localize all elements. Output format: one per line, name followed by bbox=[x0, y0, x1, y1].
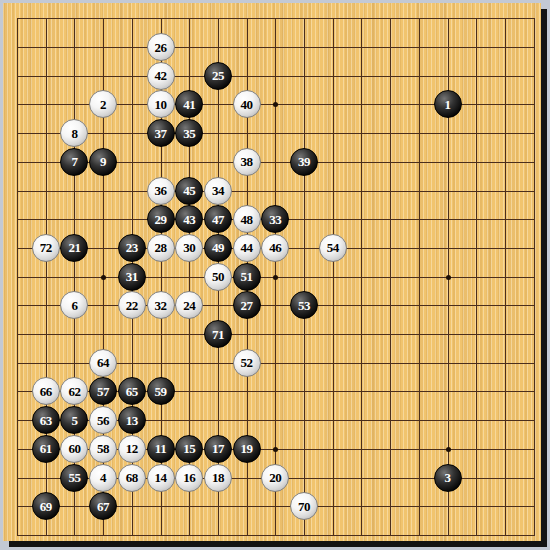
stone-19[interactable]: 19 bbox=[233, 435, 261, 463]
stone-8[interactable]: 8 bbox=[60, 119, 88, 147]
move-number: 4 bbox=[100, 471, 106, 484]
move-number: 48 bbox=[241, 213, 253, 226]
move-number: 27 bbox=[241, 299, 253, 312]
stone-3[interactable]: 3 bbox=[434, 464, 462, 492]
stone-43[interactable]: 43 bbox=[175, 205, 203, 233]
move-number: 52 bbox=[241, 356, 253, 369]
stone-10[interactable]: 10 bbox=[147, 90, 175, 118]
stone-59[interactable]: 59 bbox=[147, 377, 175, 405]
stone-2[interactable]: 2 bbox=[89, 90, 117, 118]
grid-line-horizontal bbox=[17, 305, 535, 306]
move-number: 63 bbox=[40, 414, 52, 427]
move-number: 49 bbox=[212, 241, 224, 254]
move-number: 58 bbox=[97, 442, 109, 455]
move-number: 26 bbox=[155, 41, 167, 54]
move-number: 7 bbox=[71, 155, 77, 168]
goban[interactable]: 1234567891011121314151617181920212223242… bbox=[3, 3, 541, 541]
move-number: 11 bbox=[155, 442, 166, 455]
star-point bbox=[273, 447, 278, 452]
move-number: 40 bbox=[241, 98, 253, 111]
stone-70[interactable]: 70 bbox=[290, 492, 318, 520]
stone-27[interactable]: 27 bbox=[233, 291, 261, 319]
grid-line-vertical bbox=[333, 18, 334, 536]
grid-line-vertical bbox=[476, 18, 477, 536]
stone-63[interactable]: 63 bbox=[32, 406, 60, 434]
grid-line-vertical bbox=[505, 18, 506, 536]
stone-37[interactable]: 37 bbox=[147, 119, 175, 147]
move-number: 15 bbox=[183, 442, 195, 455]
move-number: 23 bbox=[126, 241, 138, 254]
move-number: 29 bbox=[155, 213, 167, 226]
stone-31[interactable]: 31 bbox=[118, 263, 146, 291]
move-number: 51 bbox=[241, 270, 253, 283]
stone-45[interactable]: 45 bbox=[175, 177, 203, 205]
stone-33[interactable]: 33 bbox=[261, 205, 289, 233]
stone-71[interactable]: 71 bbox=[204, 320, 232, 348]
stone-29[interactable]: 29 bbox=[147, 205, 175, 233]
grid-line-vertical bbox=[304, 18, 305, 536]
stone-34[interactable]: 34 bbox=[204, 177, 232, 205]
move-number: 14 bbox=[155, 471, 167, 484]
stone-32[interactable]: 32 bbox=[147, 291, 175, 319]
stone-61[interactable]: 61 bbox=[32, 435, 60, 463]
move-number: 36 bbox=[155, 184, 167, 197]
stone-55[interactable]: 55 bbox=[60, 464, 88, 492]
move-number: 67 bbox=[97, 500, 109, 513]
move-number: 3 bbox=[445, 471, 451, 484]
stone-66[interactable]: 66 bbox=[32, 377, 60, 405]
move-number: 32 bbox=[155, 299, 167, 312]
stone-12[interactable]: 12 bbox=[118, 435, 146, 463]
move-number: 56 bbox=[97, 414, 109, 427]
move-number: 72 bbox=[40, 241, 52, 254]
move-number: 33 bbox=[269, 213, 281, 226]
stone-64[interactable]: 64 bbox=[89, 349, 117, 377]
move-number: 50 bbox=[212, 270, 224, 283]
stone-69[interactable]: 69 bbox=[32, 492, 60, 520]
move-number: 42 bbox=[155, 69, 167, 82]
go-diagram: 1234567891011121314151617181920212223242… bbox=[0, 0, 550, 550]
stone-46[interactable]: 46 bbox=[261, 234, 289, 262]
stone-15[interactable]: 15 bbox=[175, 435, 203, 463]
move-number: 18 bbox=[212, 471, 224, 484]
move-number: 13 bbox=[126, 414, 138, 427]
move-number: 17 bbox=[212, 442, 224, 455]
move-number: 30 bbox=[183, 241, 195, 254]
stone-68[interactable]: 68 bbox=[118, 464, 146, 492]
stone-51[interactable]: 51 bbox=[233, 263, 261, 291]
star-point bbox=[446, 275, 451, 280]
stone-35[interactable]: 35 bbox=[175, 119, 203, 147]
move-number: 12 bbox=[126, 442, 138, 455]
move-number: 10 bbox=[155, 98, 167, 111]
grid-line-horizontal bbox=[17, 535, 535, 536]
move-number: 47 bbox=[212, 213, 224, 226]
move-number: 43 bbox=[183, 213, 195, 226]
move-number: 64 bbox=[97, 356, 109, 369]
stone-1[interactable]: 1 bbox=[434, 90, 462, 118]
stone-28[interactable]: 28 bbox=[147, 234, 175, 262]
stone-72[interactable]: 72 bbox=[32, 234, 60, 262]
move-number: 24 bbox=[183, 299, 195, 312]
move-number: 69 bbox=[40, 500, 52, 513]
stone-57[interactable]: 57 bbox=[89, 377, 117, 405]
star-point bbox=[101, 275, 106, 280]
move-number: 28 bbox=[155, 241, 167, 254]
move-number: 31 bbox=[126, 270, 138, 283]
stone-67[interactable]: 67 bbox=[89, 492, 117, 520]
stone-38[interactable]: 38 bbox=[233, 148, 261, 176]
star-point bbox=[273, 102, 278, 107]
stone-17[interactable]: 17 bbox=[204, 435, 232, 463]
stone-22[interactable]: 22 bbox=[118, 291, 146, 319]
move-number: 8 bbox=[71, 127, 77, 140]
move-number: 35 bbox=[183, 127, 195, 140]
move-number: 20 bbox=[269, 471, 281, 484]
move-number: 39 bbox=[298, 155, 310, 168]
move-number: 44 bbox=[241, 241, 253, 254]
stone-30[interactable]: 30 bbox=[175, 234, 203, 262]
stone-48[interactable]: 48 bbox=[233, 205, 261, 233]
grid-line-horizontal bbox=[17, 334, 535, 335]
move-number: 70 bbox=[298, 500, 310, 513]
grid-line-vertical bbox=[361, 18, 362, 536]
stone-25[interactable]: 25 bbox=[204, 62, 232, 90]
star-point bbox=[446, 447, 451, 452]
stone-16[interactable]: 16 bbox=[175, 464, 203, 492]
stone-39[interactable]: 39 bbox=[290, 148, 318, 176]
grid-line-vertical bbox=[419, 18, 420, 536]
stone-24[interactable]: 24 bbox=[175, 291, 203, 319]
stone-54[interactable]: 54 bbox=[319, 234, 347, 262]
stone-50[interactable]: 50 bbox=[204, 263, 232, 291]
move-number: 66 bbox=[40, 385, 52, 398]
move-number: 68 bbox=[126, 471, 138, 484]
move-number: 61 bbox=[40, 442, 52, 455]
move-number: 59 bbox=[155, 385, 167, 398]
move-number: 65 bbox=[126, 385, 138, 398]
move-number: 25 bbox=[212, 69, 224, 82]
stone-62[interactable]: 62 bbox=[60, 377, 88, 405]
stone-21[interactable]: 21 bbox=[60, 234, 88, 262]
move-number: 1 bbox=[445, 98, 451, 111]
grid-line-vertical bbox=[390, 18, 391, 536]
move-number: 9 bbox=[100, 155, 106, 168]
move-number: 55 bbox=[68, 471, 80, 484]
stone-49[interactable]: 49 bbox=[204, 234, 232, 262]
move-number: 2 bbox=[100, 98, 106, 111]
stone-14[interactable]: 14 bbox=[147, 464, 175, 492]
star-point bbox=[273, 275, 278, 280]
stone-9[interactable]: 9 bbox=[89, 148, 117, 176]
move-number: 54 bbox=[327, 241, 339, 254]
stone-7[interactable]: 7 bbox=[60, 148, 88, 176]
stone-4[interactable]: 4 bbox=[89, 464, 117, 492]
move-number: 38 bbox=[241, 155, 253, 168]
move-number: 34 bbox=[212, 184, 224, 197]
move-number: 21 bbox=[68, 241, 80, 254]
move-number: 5 bbox=[71, 414, 77, 427]
move-number: 41 bbox=[183, 98, 195, 111]
stone-36[interactable]: 36 bbox=[147, 177, 175, 205]
stone-65[interactable]: 65 bbox=[118, 377, 146, 405]
stone-18[interactable]: 18 bbox=[204, 464, 232, 492]
move-number: 62 bbox=[68, 385, 80, 398]
move-number: 60 bbox=[68, 442, 80, 455]
move-number: 53 bbox=[298, 299, 310, 312]
stone-11[interactable]: 11 bbox=[147, 435, 175, 463]
stone-60[interactable]: 60 bbox=[60, 435, 88, 463]
move-number: 46 bbox=[269, 241, 281, 254]
stone-58[interactable]: 58 bbox=[89, 435, 117, 463]
move-number: 57 bbox=[97, 385, 109, 398]
stone-44[interactable]: 44 bbox=[233, 234, 261, 262]
stone-56[interactable]: 56 bbox=[89, 406, 117, 434]
move-number: 19 bbox=[241, 442, 253, 455]
stone-26[interactable]: 26 bbox=[147, 33, 175, 61]
stone-6[interactable]: 6 bbox=[60, 291, 88, 319]
stone-42[interactable]: 42 bbox=[147, 62, 175, 90]
grid-line-vertical bbox=[534, 18, 535, 536]
move-number: 6 bbox=[71, 299, 77, 312]
move-number: 37 bbox=[155, 127, 167, 140]
stone-5[interactable]: 5 bbox=[60, 406, 88, 434]
stone-13[interactable]: 13 bbox=[118, 406, 146, 434]
move-number: 22 bbox=[126, 299, 138, 312]
move-number: 45 bbox=[183, 184, 195, 197]
move-number: 16 bbox=[183, 471, 195, 484]
stone-41[interactable]: 41 bbox=[175, 90, 203, 118]
move-number: 71 bbox=[212, 328, 224, 341]
stone-40[interactable]: 40 bbox=[233, 90, 261, 118]
stone-47[interactable]: 47 bbox=[204, 205, 232, 233]
stone-52[interactable]: 52 bbox=[233, 349, 261, 377]
stone-53[interactable]: 53 bbox=[290, 291, 318, 319]
stone-23[interactable]: 23 bbox=[118, 234, 146, 262]
stone-20[interactable]: 20 bbox=[261, 464, 289, 492]
